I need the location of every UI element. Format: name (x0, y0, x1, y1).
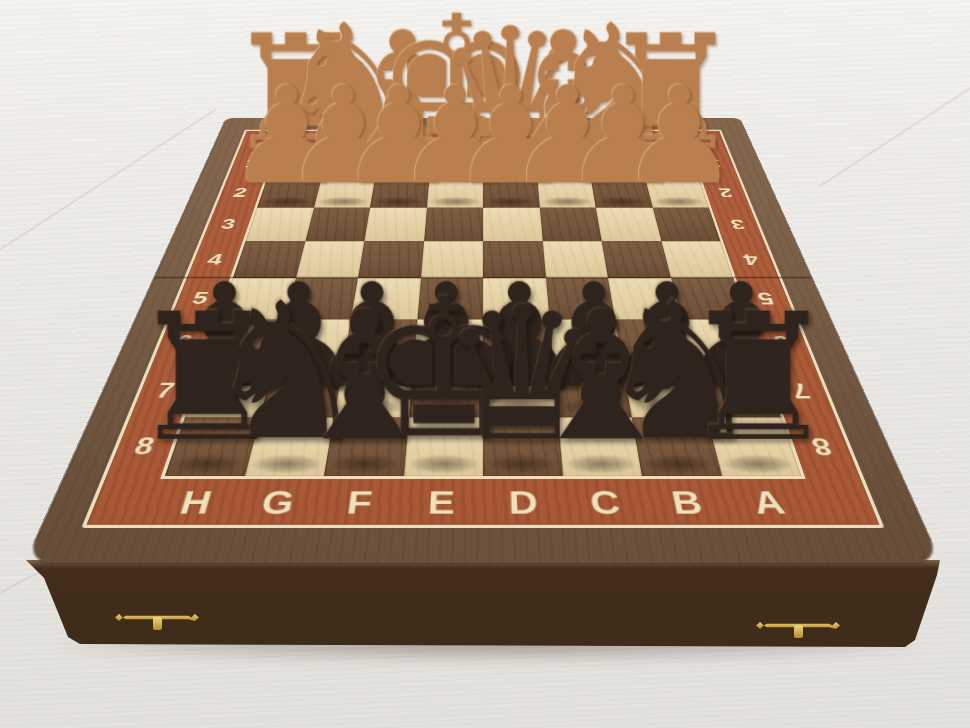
square-b3[interactable] (596, 208, 661, 241)
square-e3[interactable] (424, 208, 483, 241)
white-pawn-a2[interactable]: ♟ (619, 68, 740, 202)
black-rook-a8[interactable]: ♜ (679, 290, 837, 466)
square-c3[interactable] (539, 208, 601, 241)
square-f3[interactable] (364, 208, 426, 241)
board-squares-grid: ♜♞♝♚♛♝♞♜♟♟♟♟♟♟♟♟♟♟♟♟♟♟♟♟♜♞♝♚♛♝♞♜ (165, 150, 801, 476)
square-a3[interactable] (652, 208, 720, 241)
square-g3[interactable] (305, 208, 370, 241)
square-d3[interactable] (483, 208, 542, 241)
box-shadow-on-table (58, 634, 918, 660)
square-a2[interactable]: ♟ (645, 177, 709, 207)
square-h3[interactable] (246, 208, 314, 241)
photo-scene: ♜♞♝♚♛♝♞♜♟♟♟♟♟♟♟♟♟♟♟♟♟♟♟♟♜♞♝♚♛♝♞♜ 1234567… (0, 0, 970, 728)
